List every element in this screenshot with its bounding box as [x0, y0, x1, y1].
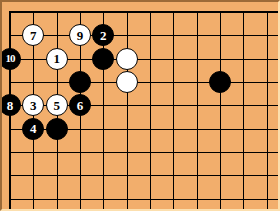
grid-line-v-8: [173, 11, 174, 209]
stone-black: [209, 71, 231, 93]
stone-black-move-10: 10: [0, 48, 21, 70]
stone-white-move-7: 7: [22, 24, 44, 46]
stone-black: [69, 71, 91, 93]
grid-line-v-7: [150, 11, 151, 209]
grid-line-h-9: [9, 199, 278, 200]
grid-line-v-11: [243, 11, 244, 209]
grid-line-v-9: [197, 11, 198, 209]
stone-black-move-8: 8: [0, 94, 21, 116]
grid-line-v-6: [127, 11, 128, 209]
stone-white-move-9: 9: [69, 24, 91, 46]
stone-white: [116, 48, 138, 70]
stone-white-move-3: 3: [22, 94, 44, 116]
stone-white: [116, 71, 138, 93]
stone-black-move-6: 6: [69, 94, 91, 116]
grid-line-h-7: [9, 152, 278, 153]
stone-black: [46, 118, 68, 140]
stone-black: [92, 48, 114, 70]
grid-line-h-1: [9, 11, 278, 13]
grid-line-v-10: [220, 11, 221, 209]
grid-line-v-12: [267, 11, 268, 209]
grid-line-h-8: [9, 175, 278, 176]
grid-line-h-4: [9, 82, 278, 83]
grid-line-h-2: [9, 35, 278, 36]
stone-white-move-1: 1: [46, 48, 68, 70]
stone-white-move-5: 5: [46, 94, 68, 116]
stone-black-move-4: 4: [22, 118, 44, 140]
stone-black-move-2: 2: [92, 24, 114, 46]
go-board-diagram: 79210183564: [0, 0, 280, 211]
